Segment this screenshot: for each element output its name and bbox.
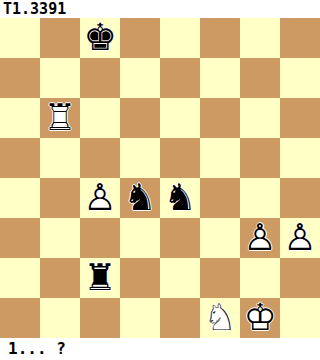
square-f2[interactable] <box>200 258 240 298</box>
square-c7[interactable] <box>80 58 120 98</box>
square-a6[interactable] <box>0 98 40 138</box>
square-f6[interactable] <box>200 98 240 138</box>
square-b4[interactable] <box>40 178 80 218</box>
chess-puzzle-window: T1.3391 ♚♜♖♟♙♞♞♟♙♟♙♜♞♘♚♔ 1... ? <box>0 0 320 360</box>
square-d6[interactable] <box>120 98 160 138</box>
square-a2[interactable] <box>0 258 40 298</box>
black-knight-piece: ♞ <box>160 178 200 218</box>
square-a3[interactable] <box>0 218 40 258</box>
square-b5[interactable] <box>40 138 80 178</box>
square-g4[interactable] <box>240 178 280 218</box>
white-pawn-piece: ♟♙ <box>280 218 320 258</box>
square-g7[interactable] <box>240 58 280 98</box>
square-a4[interactable] <box>0 178 40 218</box>
black-knight-piece: ♞ <box>120 178 160 218</box>
square-e7[interactable] <box>160 58 200 98</box>
square-b6[interactable]: ♜♖ <box>40 98 80 138</box>
square-h4[interactable] <box>280 178 320 218</box>
square-h7[interactable] <box>280 58 320 98</box>
square-b2[interactable] <box>40 258 80 298</box>
square-g2[interactable] <box>240 258 280 298</box>
square-e5[interactable] <box>160 138 200 178</box>
square-g5[interactable] <box>240 138 280 178</box>
square-a5[interactable] <box>0 138 40 178</box>
square-c4[interactable]: ♟♙ <box>80 178 120 218</box>
chess-board: ♚♜♖♟♙♞♞♟♙♟♙♜♞♘♚♔ <box>0 18 320 338</box>
puzzle-id: T1.3391 <box>0 0 320 18</box>
black-rook-piece: ♜ <box>80 258 120 298</box>
square-e6[interactable] <box>160 98 200 138</box>
square-g3[interactable]: ♟♙ <box>240 218 280 258</box>
square-d7[interactable] <box>120 58 160 98</box>
square-f3[interactable] <box>200 218 240 258</box>
square-c3[interactable] <box>80 218 120 258</box>
square-h5[interactable] <box>280 138 320 178</box>
square-g1[interactable]: ♚♔ <box>240 298 280 338</box>
square-f7[interactable] <box>200 58 240 98</box>
square-f5[interactable] <box>200 138 240 178</box>
square-a7[interactable] <box>0 58 40 98</box>
square-c5[interactable] <box>80 138 120 178</box>
square-c8[interactable]: ♚ <box>80 18 120 58</box>
square-g8[interactable] <box>240 18 280 58</box>
square-a1[interactable] <box>0 298 40 338</box>
square-e8[interactable] <box>160 18 200 58</box>
square-c2[interactable]: ♜ <box>80 258 120 298</box>
white-king-piece: ♚♔ <box>240 298 280 338</box>
square-h6[interactable] <box>280 98 320 138</box>
square-d3[interactable] <box>120 218 160 258</box>
black-king-piece: ♚ <box>80 18 120 58</box>
square-d4[interactable]: ♞ <box>120 178 160 218</box>
square-d1[interactable] <box>120 298 160 338</box>
square-h1[interactable] <box>280 298 320 338</box>
square-f8[interactable] <box>200 18 240 58</box>
square-g6[interactable] <box>240 98 280 138</box>
square-b7[interactable] <box>40 58 80 98</box>
square-d8[interactable] <box>120 18 160 58</box>
square-b1[interactable] <box>40 298 80 338</box>
square-e2[interactable] <box>160 258 200 298</box>
square-f1[interactable]: ♞♘ <box>200 298 240 338</box>
square-d5[interactable] <box>120 138 160 178</box>
square-e1[interactable] <box>160 298 200 338</box>
square-b8[interactable] <box>40 18 80 58</box>
move-prompt: 1... ? <box>0 338 320 360</box>
square-h2[interactable] <box>280 258 320 298</box>
square-h3[interactable]: ♟♙ <box>280 218 320 258</box>
square-h8[interactable] <box>280 18 320 58</box>
square-c6[interactable] <box>80 98 120 138</box>
square-d2[interactable] <box>120 258 160 298</box>
white-pawn-piece: ♟♙ <box>80 178 120 218</box>
square-b3[interactable] <box>40 218 80 258</box>
square-f4[interactable] <box>200 178 240 218</box>
square-e4[interactable]: ♞ <box>160 178 200 218</box>
square-c1[interactable] <box>80 298 120 338</box>
square-e3[interactable] <box>160 218 200 258</box>
white-knight-piece: ♞♘ <box>200 298 240 338</box>
white-pawn-piece: ♟♙ <box>240 218 280 258</box>
square-a8[interactable] <box>0 18 40 58</box>
white-rook-piece: ♜♖ <box>40 98 80 138</box>
